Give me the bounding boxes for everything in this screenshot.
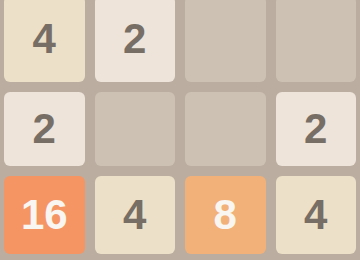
empty-cell bbox=[276, 0, 357, 82]
tile-4: 4 bbox=[4, 0, 85, 82]
tile-2: 2 bbox=[4, 92, 85, 166]
board[interactable]: 422216484 bbox=[4, 0, 356, 254]
tile-16: 16 bbox=[4, 176, 85, 254]
empty-cell bbox=[185, 92, 266, 166]
game-2048-stage: 422216484 bbox=[0, 0, 360, 260]
tile-8: 8 bbox=[185, 176, 266, 254]
empty-cell bbox=[95, 92, 176, 166]
tile-4: 4 bbox=[95, 176, 176, 254]
tile-2: 2 bbox=[276, 92, 357, 166]
empty-cell bbox=[185, 0, 266, 82]
tile-4: 4 bbox=[276, 176, 357, 254]
tile-2: 2 bbox=[95, 0, 176, 82]
